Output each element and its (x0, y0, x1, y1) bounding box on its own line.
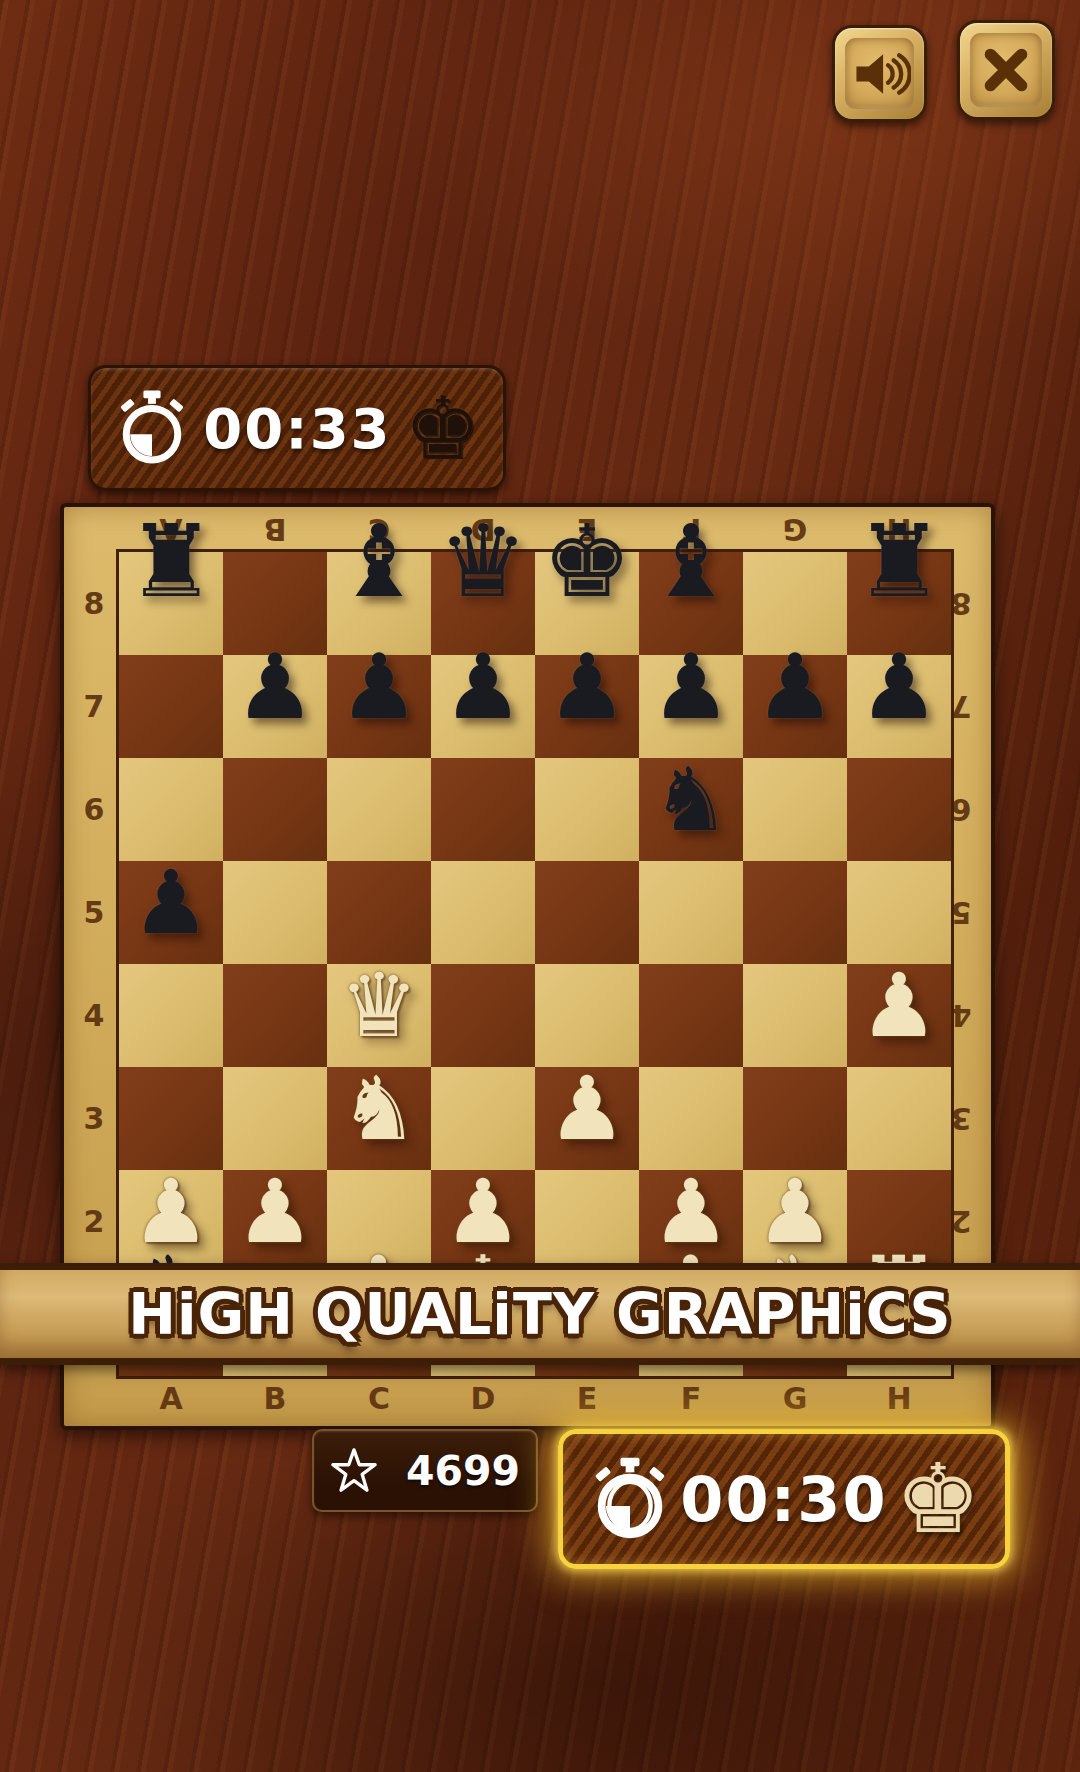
black-clock-time: 00:33 (191, 396, 404, 461)
black-clock: 00:33 ♚ (88, 365, 506, 491)
coord-label-e: E (535, 1378, 639, 1418)
black-king-icon: ♚ (404, 385, 481, 471)
square-g7[interactable]: ♟ (743, 655, 847, 758)
square-d3[interactable] (431, 1067, 535, 1170)
score-box: 4699 (312, 1429, 538, 1512)
square-h3[interactable] (847, 1067, 951, 1170)
square-d6[interactable] (431, 758, 535, 861)
black-bishop: ♝ (334, 512, 424, 612)
square-f3[interactable] (639, 1067, 743, 1170)
black-pawn: ♟ (755, 642, 836, 732)
coord-label-3: 3 (72, 1067, 116, 1170)
coord-label-g: G (743, 1378, 847, 1418)
close-x-icon (976, 40, 1036, 100)
square-d5[interactable] (431, 861, 535, 964)
square-c7[interactable]: ♟ (327, 655, 431, 758)
black-pawn: ♟ (859, 642, 940, 732)
coord-label-8: 8 (72, 552, 116, 655)
square-b7[interactable]: ♟ (223, 655, 327, 758)
white-pawn: ♟ (860, 962, 939, 1050)
square-c3[interactable]: ♞ (327, 1067, 431, 1170)
rank-labels-left: 87654321 (72, 552, 116, 1376)
black-bishop: ♝ (646, 512, 736, 612)
square-e7[interactable]: ♟ (535, 655, 639, 758)
white-pawn: ♟ (548, 1065, 627, 1153)
coord-label-4: 4 (72, 964, 116, 1067)
black-king: ♚ (542, 512, 632, 612)
white-knight: ♞ (340, 1065, 419, 1153)
square-b6[interactable] (223, 758, 327, 861)
coord-label-b: B (223, 510, 327, 550)
coord-label-7: 7 (72, 655, 116, 758)
square-h6[interactable] (847, 758, 951, 861)
square-a4[interactable] (119, 964, 223, 1067)
coord-label-2: 2 (72, 1170, 116, 1273)
square-g4[interactable] (743, 964, 847, 1067)
close-button-face (970, 33, 1042, 107)
coord-label-h: H (847, 1378, 951, 1418)
black-rook: ♜ (126, 512, 216, 612)
square-e6[interactable] (535, 758, 639, 861)
square-f7[interactable]: ♟ (639, 655, 743, 758)
square-c6[interactable] (327, 758, 431, 861)
sound-button-face (845, 38, 914, 109)
white-king-icon: ♚ (895, 1451, 981, 1547)
square-f4[interactable] (639, 964, 743, 1067)
square-b5[interactable] (223, 861, 327, 964)
white-pawn: ♟ (236, 1168, 315, 1256)
black-pawn: ♟ (235, 642, 316, 732)
white-queen: ♛ (340, 962, 419, 1050)
square-e4[interactable] (535, 964, 639, 1067)
square-c5[interactable] (327, 861, 431, 964)
square-a7[interactable] (119, 655, 223, 758)
black-pawn: ♟ (547, 642, 628, 732)
square-e2[interactable] (535, 1170, 639, 1273)
stopwatch-icon (113, 386, 191, 470)
promo-banner: HiGH QUALiTY GRAPHiCS (0, 1263, 1080, 1365)
black-pawn: ♟ (651, 642, 732, 732)
speaker-icon (849, 43, 911, 105)
square-b3[interactable] (223, 1067, 327, 1170)
square-b4[interactable] (223, 964, 327, 1067)
coord-label-6: 6 (72, 758, 116, 861)
square-a8[interactable]: ♜ (119, 552, 223, 655)
coord-label-d: D (431, 1378, 535, 1418)
square-g5[interactable] (743, 861, 847, 964)
square-d4[interactable] (431, 964, 535, 1067)
square-e5[interactable] (535, 861, 639, 964)
coord-label-g: G (743, 510, 847, 550)
square-h5[interactable] (847, 861, 951, 964)
black-queen: ♛ (438, 512, 528, 612)
square-f6[interactable]: ♞ (639, 758, 743, 861)
square-g6[interactable] (743, 758, 847, 861)
square-h7[interactable]: ♟ (847, 655, 951, 758)
square-d7[interactable]: ♟ (431, 655, 535, 758)
black-rook: ♜ (854, 512, 944, 612)
star-icon (330, 1447, 378, 1495)
stopwatch-icon (587, 1453, 673, 1545)
square-b2[interactable]: ♟ (223, 1170, 327, 1273)
coord-label-c: C (327, 1378, 431, 1418)
square-a6[interactable] (119, 758, 223, 861)
coord-label-b: B (223, 1378, 327, 1418)
coord-label-5: 5 (72, 861, 116, 964)
square-a5[interactable]: ♟ (119, 861, 223, 964)
square-a3[interactable] (119, 1067, 223, 1170)
coord-label-a: A (119, 1378, 223, 1418)
file-labels-top-flipped: ABCDEFGH (119, 510, 951, 550)
white-clock: 00:30 ♚ (558, 1429, 1010, 1569)
board-grid: ♜♝♛♚♝♜♟♟♟♟♟♟♟♞♟♛♟♞♟♟♟♟♟♟♞♝♚♝♞♜ (119, 552, 951, 1376)
black-pawn: ♟ (443, 642, 524, 732)
white-clock-time: 00:30 (673, 1463, 895, 1536)
black-pawn: ♟ (339, 642, 420, 732)
square-h4[interactable]: ♟ (847, 964, 951, 1067)
game-screen: 00:33 ♚ 87654321 87654321 ABCDEFGH ABCDE… (0, 0, 1080, 1772)
black-pawn: ♟ (132, 859, 211, 947)
close-button[interactable] (957, 20, 1055, 120)
square-g3[interactable] (743, 1067, 847, 1170)
square-e3[interactable]: ♟ (535, 1067, 639, 1170)
black-knight: ♞ (652, 756, 731, 844)
promo-banner-text: HiGH QUALiTY GRAPHiCS (128, 1281, 951, 1347)
file-labels-bottom: ABCDEFGH (119, 1378, 951, 1418)
coord-label-f: F (639, 1378, 743, 1418)
score-value: 4699 (378, 1447, 520, 1495)
square-c4[interactable]: ♛ (327, 964, 431, 1067)
square-f5[interactable] (639, 861, 743, 964)
sound-button[interactable] (832, 25, 927, 122)
